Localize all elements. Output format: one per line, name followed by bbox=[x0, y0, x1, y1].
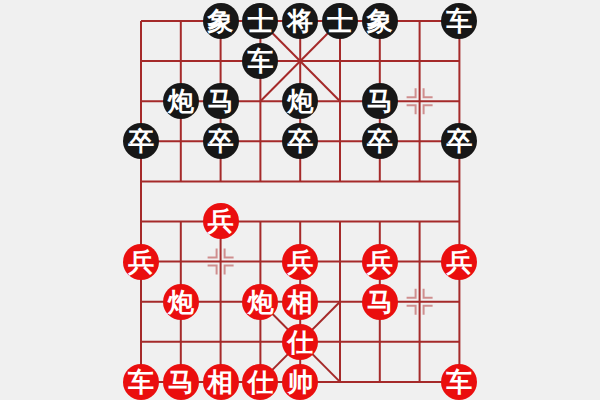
piece-character: 相 bbox=[287, 289, 313, 315]
piece-black-elephant[interactable]: 象 bbox=[362, 3, 398, 39]
piece-character: 炮 bbox=[287, 88, 313, 114]
piece-red-elephant[interactable]: 相 bbox=[282, 284, 318, 320]
pieces-layer: 象士将士象车车炮马炮马卒卒卒卒卒兵兵兵兵兵炮炮相马仕车马相仕帅车 bbox=[121, 1, 479, 400]
piece-character: 车 bbox=[128, 369, 154, 395]
piece-character: 车 bbox=[446, 8, 472, 34]
piece-character: 卒 bbox=[128, 128, 154, 154]
piece-black-elephant[interactable]: 象 bbox=[203, 3, 239, 39]
piece-character: 兵 bbox=[128, 249, 154, 275]
piece-red-horse[interactable]: 马 bbox=[362, 284, 398, 320]
piece-character: 炮 bbox=[247, 289, 273, 315]
piece-black-chariot[interactable]: 车 bbox=[242, 43, 278, 79]
piece-red-elephant[interactable]: 相 bbox=[203, 364, 239, 400]
piece-red-cannon[interactable]: 炮 bbox=[242, 284, 278, 320]
piece-red-soldier[interactable]: 兵 bbox=[441, 244, 477, 280]
piece-black-soldier[interactable]: 卒 bbox=[203, 123, 239, 159]
piece-black-soldier[interactable]: 卒 bbox=[441, 123, 477, 159]
piece-red-soldier[interactable]: 兵 bbox=[282, 244, 318, 280]
piece-black-advisor[interactable]: 士 bbox=[322, 3, 358, 39]
piece-black-king[interactable]: 将 bbox=[282, 3, 318, 39]
piece-black-horse[interactable]: 马 bbox=[203, 83, 239, 119]
xiangqi-board: 象士将士象车车炮马炮马卒卒卒卒卒兵兵兵兵兵炮炮相马仕车马相仕帅车 bbox=[0, 0, 600, 400]
piece-black-cannon[interactable]: 炮 bbox=[163, 83, 199, 119]
piece-black-soldier[interactable]: 卒 bbox=[123, 123, 159, 159]
piece-red-chariot[interactable]: 车 bbox=[441, 364, 477, 400]
piece-character: 相 bbox=[208, 369, 234, 395]
piece-character: 帅 bbox=[287, 369, 313, 395]
piece-character: 马 bbox=[367, 88, 393, 114]
piece-character: 车 bbox=[446, 369, 472, 395]
piece-character: 卒 bbox=[446, 128, 472, 154]
piece-character: 马 bbox=[367, 289, 393, 315]
piece-character: 象 bbox=[367, 8, 393, 34]
piece-character: 炮 bbox=[168, 88, 194, 114]
piece-character: 炮 bbox=[168, 289, 194, 315]
piece-character: 卒 bbox=[367, 128, 393, 154]
piece-character: 兵 bbox=[287, 249, 313, 275]
piece-character: 将 bbox=[287, 8, 313, 34]
piece-black-horse[interactable]: 马 bbox=[362, 83, 398, 119]
piece-character: 车 bbox=[247, 48, 273, 74]
piece-character: 象 bbox=[208, 8, 234, 34]
piece-character: 仕 bbox=[247, 369, 273, 395]
piece-red-horse[interactable]: 马 bbox=[163, 364, 199, 400]
piece-black-chariot[interactable]: 车 bbox=[441, 3, 477, 39]
piece-red-cannon[interactable]: 炮 bbox=[163, 284, 199, 320]
piece-character: 兵 bbox=[208, 208, 234, 234]
piece-black-soldier[interactable]: 卒 bbox=[282, 123, 318, 159]
piece-character: 马 bbox=[168, 369, 194, 395]
piece-black-soldier[interactable]: 卒 bbox=[362, 123, 398, 159]
piece-character: 士 bbox=[327, 8, 353, 34]
piece-black-advisor[interactable]: 士 bbox=[242, 3, 278, 39]
piece-character: 士 bbox=[247, 8, 273, 34]
piece-character: 兵 bbox=[446, 249, 472, 275]
piece-red-advisor[interactable]: 仕 bbox=[282, 324, 318, 360]
piece-black-cannon[interactable]: 炮 bbox=[282, 83, 318, 119]
piece-red-advisor[interactable]: 仕 bbox=[242, 364, 278, 400]
piece-character: 仕 bbox=[287, 329, 313, 355]
piece-red-soldier[interactable]: 兵 bbox=[123, 244, 159, 280]
piece-red-king[interactable]: 帅 bbox=[282, 364, 318, 400]
piece-red-soldier[interactable]: 兵 bbox=[203, 203, 239, 239]
piece-character: 马 bbox=[208, 88, 234, 114]
piece-character: 卒 bbox=[208, 128, 234, 154]
piece-character: 兵 bbox=[367, 249, 393, 275]
piece-character: 卒 bbox=[287, 128, 313, 154]
piece-red-soldier[interactable]: 兵 bbox=[362, 244, 398, 280]
piece-red-chariot[interactable]: 车 bbox=[123, 364, 159, 400]
